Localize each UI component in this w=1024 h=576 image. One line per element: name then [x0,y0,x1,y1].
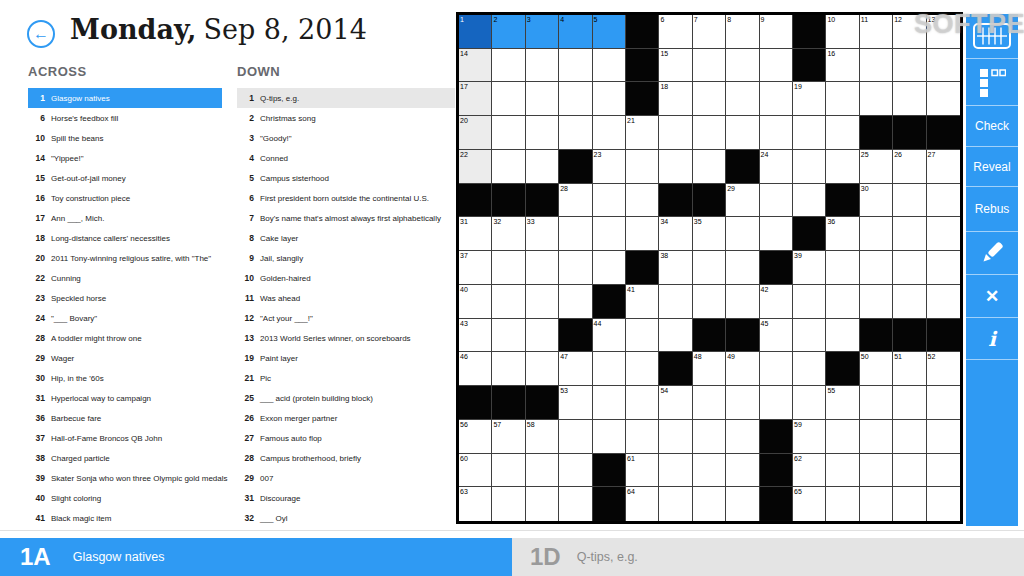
grid-cell[interactable] [593,420,626,454]
grid-cell[interactable] [659,150,692,184]
across-clue-list: 1Glasgow natives6Horse's feedbox fill10S… [28,88,222,528]
clue-number: 15 [28,173,45,183]
grid-cell[interactable] [860,285,893,319]
grid-cell[interactable] [826,319,859,353]
grid-cell[interactable] [826,150,859,184]
down-clue-item-2[interactable]: 2Christmas song [237,108,455,128]
grid-cell[interactable] [492,251,525,285]
grid-cell[interactable] [726,487,759,521]
grid-cell[interactable] [693,454,726,488]
grid-cell[interactable]: 6 [659,15,692,49]
grid-cell[interactable] [659,487,692,521]
down-clue-item-21[interactable]: 21Pic [237,368,455,388]
grid-cell[interactable] [526,82,559,116]
sidebar-button-close[interactable]: ✕ [966,275,1018,318]
grid-cell[interactable] [626,352,659,386]
cell-number: 38 [660,251,668,260]
grid-cell[interactable] [726,116,759,150]
clue-list-icon [978,67,1006,97]
clue-number: 3 [237,133,254,143]
clue-number: 30 [28,373,45,383]
grid-cell[interactable] [492,49,525,83]
grid-cell[interactable] [559,285,592,319]
grid-cell[interactable] [593,49,626,83]
sidebar-button-reveal[interactable]: Reveal [966,147,1018,187]
grid-cell[interactable] [526,285,559,319]
down-status-bar[interactable]: 1D Q-tips, e.g. [512,538,1024,576]
grid-cell[interactable] [492,116,525,150]
cell-number: 4 [560,15,564,24]
grid-cell[interactable] [526,251,559,285]
across-clue-item-18[interactable]: 18Long-distance callers' necessities [28,228,222,248]
clue-text: "___ Bovary" [51,314,97,323]
grid-cell[interactable]: 42 [760,285,793,319]
grid-cell[interactable]: 39 [793,251,826,285]
grid-block-cell [626,15,659,49]
grid-cell[interactable]: 11 [860,15,893,49]
grid-cell[interactable]: 18 [659,82,692,116]
grid-cell[interactable] [927,251,960,285]
grid-cell[interactable] [793,150,826,184]
grid-cell[interactable]: 16 [826,49,859,83]
grid-cell[interactable] [559,251,592,285]
grid-block-cell [693,319,726,353]
grid-cell[interactable]: 30 [860,184,893,218]
grid-cell[interactable] [693,487,726,521]
across-clue-item-39[interactable]: 39Skater Sonja who won three Olympic gol… [28,468,222,488]
sidebar-button-grid-view[interactable] [966,14,1018,59]
grid-cell[interactable] [526,319,559,353]
clue-text: 007 [260,474,273,483]
grid-cell[interactable] [760,116,793,150]
grid-cell[interactable]: 65 [793,487,826,521]
grid-block-cell [559,319,592,353]
sidebar-button-check[interactable]: Check [966,106,1018,147]
cell-number: 62 [794,454,802,463]
grid-cell[interactable] [626,420,659,454]
grid-cell[interactable] [893,386,926,420]
down-clue-item-9[interactable]: 9Jail, slangily [237,248,455,268]
down-clue-item-31[interactable]: 31Discourage [237,488,455,508]
clue-number: 9 [237,253,254,263]
down-clue-item-6[interactable]: 6First president born outside the contin… [237,188,455,208]
down-clue-item-32[interactable]: 32___ Oyl [237,508,455,528]
grid-cell[interactable]: 64 [626,487,659,521]
grid-cell[interactable]: 4 [559,15,592,49]
grid-cell[interactable] [927,285,960,319]
grid-cell[interactable] [526,49,559,83]
grid-cell[interactable] [526,454,559,488]
grid-cell[interactable]: 51 [893,352,926,386]
grid-cell[interactable] [927,420,960,454]
grid-cell[interactable] [559,217,592,251]
grid-cell[interactable] [726,386,759,420]
across-clue-item-1[interactable]: 1Glasgow natives [28,88,222,108]
grid-cell[interactable]: 8 [726,15,759,49]
grid-cell[interactable]: 22 [459,150,492,184]
across-clue-item-38[interactable]: 38Charged particle [28,448,222,468]
grid-cell[interactable] [492,150,525,184]
grid-cell[interactable] [492,487,525,521]
across-clue-item-28[interactable]: 28A toddler might throw one [28,328,222,348]
grid-cell[interactable] [693,49,726,83]
across-clue-item-29[interactable]: 29Wager [28,348,222,368]
cell-number: 3 [527,15,531,24]
clue-text: Hip, in the '60s [51,374,104,383]
grid-block-cell [593,487,626,521]
grid-cell[interactable]: 57 [492,420,525,454]
grid-cell[interactable]: 21 [626,116,659,150]
grid-cell[interactable]: 58 [526,420,559,454]
grid-cell[interactable] [492,454,525,488]
clue-text: Famous auto flop [260,434,322,443]
down-clue-item-3[interactable]: 3"Goody!" [237,128,455,148]
grid-cell[interactable] [626,150,659,184]
grid-cell[interactable] [927,49,960,83]
clue-text: Black magic item [51,514,111,523]
grid-cell[interactable]: 53 [559,386,592,420]
across-clue-item-30[interactable]: 30Hip, in the '60s [28,368,222,388]
down-clue-item-5[interactable]: 5Campus sisterhood [237,168,455,188]
grid-cell[interactable] [526,487,559,521]
grid-cell[interactable]: 14 [459,49,492,83]
grid-block-cell [492,184,525,218]
grid-cell[interactable]: 62 [793,454,826,488]
grid-cell[interactable] [893,251,926,285]
grid-cell[interactable] [693,251,726,285]
cell-number: 46 [460,352,468,361]
grid-cell[interactable]: 63 [459,487,492,521]
grid-cell[interactable] [760,352,793,386]
down-clue-item-13[interactable]: 132013 World Series winner, on scoreboar… [237,328,455,348]
grid-cell[interactable] [826,82,859,116]
grid-cell[interactable] [760,386,793,420]
grid-cell[interactable] [760,82,793,116]
down-clue-item-27[interactable]: 27Famous auto flop [237,428,455,448]
grid-cell[interactable] [593,386,626,420]
clue-number: 27 [237,433,254,443]
grid-cell[interactable] [559,454,592,488]
grid-cell[interactable] [626,184,659,218]
grid-cell[interactable]: 49 [726,352,759,386]
grid-cell[interactable] [593,251,626,285]
grid-cell[interactable]: 40 [459,285,492,319]
grid-cell[interactable] [726,82,759,116]
grid-block-cell [659,352,692,386]
grid-cell[interactable] [559,49,592,83]
cell-number: 11 [861,15,868,24]
clue-number: 29 [237,473,254,483]
grid-cell[interactable] [893,454,926,488]
across-status-clue: Glasgow natives [73,550,165,564]
grid-block-cell [760,251,793,285]
sidebar-button-pencil[interactable] [966,232,1018,275]
clue-number: 17 [28,213,45,223]
grid-cell[interactable] [726,49,759,83]
down-clue-item-11[interactable]: 11Was ahead [237,288,455,308]
grid-cell[interactable] [559,487,592,521]
cell-number: 50 [861,352,869,361]
grid-cell[interactable] [726,217,759,251]
grid-cell[interactable] [826,454,859,488]
down-clue-item-8[interactable]: 8Cake layer [237,228,455,248]
content-divider [0,530,1024,531]
across-clue-item-41[interactable]: 41Black magic item [28,508,222,528]
grid-cell[interactable] [593,217,626,251]
grid-cell[interactable]: 28 [559,184,592,218]
grid-cell[interactable]: 35 [693,217,726,251]
down-clue-item-12[interactable]: 12"Act your ___!" [237,308,455,328]
grid-cell[interactable] [659,319,692,353]
grid-cell[interactable]: 23 [593,150,626,184]
grid-cell[interactable]: 45 [760,319,793,353]
grid-cell[interactable] [927,82,960,116]
grid-cell[interactable]: 26 [893,150,926,184]
down-clue-item-10[interactable]: 10Golden-haired [237,268,455,288]
grid-cell[interactable] [726,285,759,319]
grid-cell[interactable] [593,184,626,218]
grid-cell[interactable] [659,285,692,319]
grid-cell[interactable]: 36 [826,217,859,251]
grid-cell[interactable] [927,487,960,521]
grid-cell[interactable]: 1 [459,15,492,49]
across-clue-item-37[interactable]: 37Hall-of-Fame Broncos QB John [28,428,222,448]
grid-cell[interactable] [693,150,726,184]
grid-cell[interactable] [593,82,626,116]
cell-number: 27 [928,150,936,159]
grid-cell[interactable] [659,420,692,454]
across-clue-item-16[interactable]: 16Toy construction piece [28,188,222,208]
grid-cell[interactable]: 25 [860,150,893,184]
down-clue-item-1[interactable]: 1Q-tips, e.g. [237,88,455,108]
grid-cell[interactable] [626,217,659,251]
grid-block-cell [726,319,759,353]
grid-cell[interactable]: 13 [927,15,960,49]
grid-cell[interactable]: 48 [693,352,726,386]
grid-cell[interactable] [860,487,893,521]
grid-cell[interactable] [793,352,826,386]
grid-cell[interactable]: 37 [459,251,492,285]
grid-cell[interactable]: 44 [593,319,626,353]
grid-cell[interactable] [927,454,960,488]
grid-cell[interactable]: 34 [659,217,692,251]
grid-cell[interactable] [893,184,926,218]
down-clue-item-28[interactable]: 28Campus brotherhood, briefly [237,448,455,468]
grid-cell[interactable]: 2 [492,15,525,49]
grid-cell[interactable] [559,82,592,116]
across-clue-item-15[interactable]: 15Get-out-of-jail money [28,168,222,188]
grid-cell[interactable] [927,386,960,420]
down-clue-item-19[interactable]: 19Paint layer [237,348,455,368]
across-clue-item-14[interactable]: 14"Yippee!" [28,148,222,168]
grid-cell[interactable] [893,285,926,319]
grid-cell[interactable] [626,319,659,353]
cell-number: 51 [894,352,902,361]
grid-cell[interactable] [893,217,926,251]
grid-cell[interactable]: 7 [693,15,726,49]
grid-block-cell [860,319,893,353]
info-icon: i [988,327,996,351]
across-clue-item-20[interactable]: 202011 Tony-winning religious satire, wi… [28,248,222,268]
grid-cell[interactable] [826,487,859,521]
grid-cell[interactable] [927,184,960,218]
grid-cell[interactable] [860,49,893,83]
grid-cell[interactable]: 38 [659,251,692,285]
grid-cell[interactable] [860,217,893,251]
grid-cell[interactable] [492,82,525,116]
across-clue-item-31[interactable]: 31Hyperlocal way to campaign [28,388,222,408]
grid-cell[interactable] [659,116,692,150]
grid-cell[interactable] [860,420,893,454]
rebus-button-label: Rebus [975,202,1010,216]
grid-cell[interactable]: 19 [793,82,826,116]
down-clue-item-26[interactable]: 26Exxon merger partner [237,408,455,428]
clue-text: "Act your ___!" [260,314,313,323]
across-clue-item-40[interactable]: 40Slight coloring [28,488,222,508]
clue-number: 21 [237,373,254,383]
grid-cell[interactable] [826,116,859,150]
clue-text: Horse's feedbox fill [51,114,118,123]
grid-cell[interactable] [826,251,859,285]
grid-cell[interactable] [793,386,826,420]
grid-cell[interactable] [626,386,659,420]
cell-number: 58 [527,420,535,429]
grid-cell[interactable]: 33 [526,217,559,251]
grid-block-cell [626,251,659,285]
crossword-grid: 1234567891011121314151617181920212223242… [456,12,963,524]
grid-cell[interactable] [927,217,960,251]
grid-cell[interactable] [760,49,793,83]
sidebar-button-info[interactable]: i [966,318,1018,360]
grid-cell[interactable] [893,49,926,83]
grid-cell[interactable]: 15 [659,49,692,83]
grid-cell[interactable]: 55 [826,386,859,420]
back-button[interactable]: ← [27,20,55,48]
grid-cell[interactable]: 32 [492,217,525,251]
grid-cell[interactable]: 59 [793,420,826,454]
grid-cell[interactable]: 61 [626,454,659,488]
cell-number: 22 [460,150,468,159]
across-clue-item-23[interactable]: 23Speckled horse [28,288,222,308]
grid-cell[interactable] [726,454,759,488]
clue-number: 16 [28,193,45,203]
grid-cell[interactable]: 60 [459,454,492,488]
down-clue-item-7[interactable]: 7Boy's name that's almost always first a… [237,208,455,228]
cell-number: 55 [827,386,835,395]
grid-cell[interactable] [793,116,826,150]
grid-cell[interactable] [860,386,893,420]
grid-cell[interactable] [860,454,893,488]
grid-cell[interactable]: 46 [459,352,492,386]
grid-cell[interactable]: 54 [659,386,692,420]
grid-cell[interactable]: 56 [459,420,492,454]
grid-cell[interactable] [693,285,726,319]
reveal-button-label: Reveal [973,160,1010,174]
grid-cell[interactable] [492,319,525,353]
clue-number: 20 [28,253,45,263]
across-clue-item-36[interactable]: 36Barbecue fare [28,408,222,428]
down-clue-item-29[interactable]: 29007 [237,468,455,488]
grid-cell[interactable] [793,184,826,218]
grid-cell[interactable]: 9 [760,15,793,49]
across-status-bar[interactable]: 1A Glasgow natives [0,538,512,576]
cell-number: 13 [928,15,936,24]
grid-cell[interactable] [893,420,926,454]
grid-cell[interactable] [559,420,592,454]
grid-cell[interactable] [726,420,759,454]
grid-cell[interactable] [793,319,826,353]
across-clue-item-22[interactable]: 22Cunning [28,268,222,288]
grid-block-cell [927,319,960,353]
grid-cell[interactable] [826,285,859,319]
grid-cell[interactable] [526,116,559,150]
grid-cell[interactable] [693,116,726,150]
grid-cell[interactable] [659,454,692,488]
grid-cell[interactable]: 29 [726,184,759,218]
grid-cell[interactable] [492,352,525,386]
clue-number: 28 [28,333,45,343]
across-clue-item-17[interactable]: 17Ann ___, Mich. [28,208,222,228]
clue-number: 18 [28,233,45,243]
across-status-number: 1A [20,543,51,571]
grid-cell[interactable]: 10 [826,15,859,49]
across-clue-item-24[interactable]: 24"___ Bovary" [28,308,222,328]
sidebar-button-rebus[interactable]: Rebus [966,187,1018,232]
grid-cell[interactable]: 24 [760,150,793,184]
down-clue-item-4[interactable]: 4Conned [237,148,455,168]
grid-cell[interactable]: 50 [860,352,893,386]
grid-cell[interactable] [693,420,726,454]
grid-cell[interactable] [693,386,726,420]
grid-cell[interactable] [826,420,859,454]
grid-cell[interactable] [593,116,626,150]
across-clue-item-6[interactable]: 6Horse's feedbox fill [28,108,222,128]
down-clue-item-25[interactable]: 25___ acid (protein building block) [237,388,455,408]
grid-cell[interactable] [693,82,726,116]
grid-cell[interactable] [760,184,793,218]
grid-cell[interactable]: 41 [626,285,659,319]
grid-cell[interactable] [492,285,525,319]
grid-cell[interactable]: 12 [893,15,926,49]
grid-cell[interactable] [559,116,592,150]
grid-block-cell [793,49,826,83]
grid-cell[interactable]: 20 [459,116,492,150]
grid-cell[interactable]: 43 [459,319,492,353]
grid-cell[interactable]: 17 [459,82,492,116]
clue-number: 28 [237,453,254,463]
grid-icon [973,23,1011,49]
clue-text: Golden-haired [260,274,311,283]
grid-cell[interactable] [860,82,893,116]
grid-cell[interactable]: 52 [927,352,960,386]
grid-cell[interactable] [760,217,793,251]
grid-cell[interactable]: 47 [559,352,592,386]
sidebar-button-clue-list[interactable] [966,59,1018,106]
grid-cell[interactable] [860,251,893,285]
grid-cell[interactable] [526,352,559,386]
grid-cell[interactable] [793,285,826,319]
grid-cell[interactable]: 27 [927,150,960,184]
grid-cell[interactable] [893,487,926,521]
grid-cell[interactable] [893,82,926,116]
across-clue-item-10[interactable]: 10Spill the beans [28,128,222,148]
grid-cell[interactable] [593,352,626,386]
grid-cell[interactable]: 31 [459,217,492,251]
grid-cell[interactable]: 3 [526,15,559,49]
grid-cell[interactable]: 5 [593,15,626,49]
grid-cell[interactable] [526,150,559,184]
grid-cell[interactable] [726,251,759,285]
